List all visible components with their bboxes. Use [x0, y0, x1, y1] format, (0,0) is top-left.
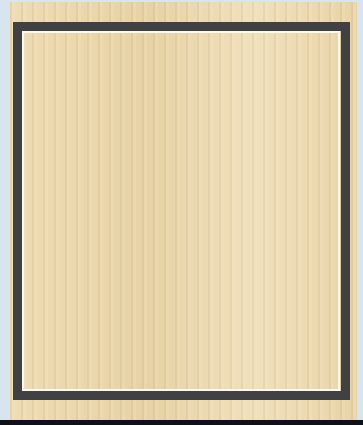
- xiangqi-app-window: [0, 0, 363, 425]
- board-grid: [24, 33, 338, 389]
- board-field[interactable]: [24, 33, 338, 389]
- bottom-bar: [0, 420, 363, 425]
